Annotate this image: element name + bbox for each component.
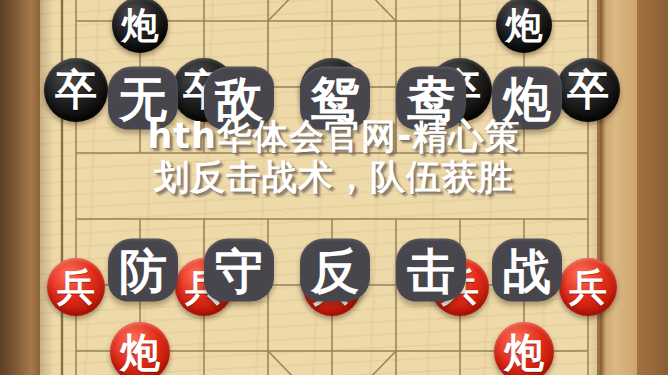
piece-red-pawn-file1[interactable]: 兵: [47, 258, 105, 316]
piece-red-cannon-file8[interactable]: 炮: [494, 322, 554, 375]
piece-red-cannon-file2[interactable]: 炮: [110, 322, 170, 375]
piece-red-pawn-file9[interactable]: 兵: [559, 258, 617, 316]
caption-line-2: 划反击战术，队伍获胜: [0, 157, 668, 198]
banner-bottom-2: 守: [204, 239, 274, 302]
piece-black-pawn-file1[interactable]: 卒: [44, 58, 108, 122]
banner-bottom-1: 防: [108, 239, 178, 302]
piece-black-pawn-file9[interactable]: 卒: [556, 58, 620, 122]
banner-bottom-5: 战: [492, 239, 562, 302]
banner-bottom-3: 反: [300, 239, 370, 302]
overlay-caption: hth华体会官网-精心策 划反击战术，队伍获胜: [0, 116, 668, 198]
screenshot-root: 炮炮卒卒卒卒卒兵兵兵兵兵炮炮 无敌鸳鸯炮防守反击战 hth华体会官网-精心策 划…: [0, 0, 668, 375]
banner-bottom-4: 击: [396, 239, 466, 302]
caption-line-1: hth华体会官网-精心策: [0, 116, 668, 157]
